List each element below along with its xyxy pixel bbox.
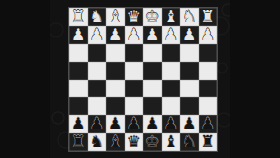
square[interactable]: ♟ [180, 115, 199, 133]
square[interactable]: ♝ [106, 133, 125, 151]
square[interactable]: ♞ [180, 8, 199, 26]
white-pawn[interactable]: ♟ [127, 26, 141, 42]
black-pawn[interactable]: ♟ [71, 116, 85, 132]
white-pawn[interactable]: ♟ [164, 26, 178, 42]
square[interactable] [180, 44, 199, 62]
square[interactable] [180, 62, 199, 80]
square[interactable] [125, 44, 144, 62]
square[interactable] [180, 80, 199, 98]
square[interactable] [162, 80, 181, 98]
white-bishop[interactable]: ♝ [164, 8, 178, 24]
square[interactable]: ♟ [162, 115, 181, 133]
square[interactable] [162, 62, 181, 80]
square[interactable] [106, 80, 125, 98]
white-king[interactable]: ♚ [145, 8, 159, 24]
square[interactable]: ♟ [88, 115, 107, 133]
square[interactable]: ♟ [69, 26, 88, 44]
square[interactable]: ♛ [125, 8, 144, 26]
square[interactable] [69, 97, 88, 115]
square[interactable] [199, 62, 218, 80]
square[interactable] [125, 80, 144, 98]
square[interactable]: ♚ [143, 133, 162, 151]
square[interactable]: ♞ [180, 133, 199, 151]
square[interactable] [143, 97, 162, 115]
square[interactable]: ♟ [199, 115, 218, 133]
white-pawn[interactable]: ♟ [90, 26, 104, 42]
white-rook[interactable]: ♜ [201, 8, 215, 24]
square[interactable]: ♞ [88, 133, 107, 151]
square[interactable] [125, 97, 144, 115]
black-pawn[interactable]: ♟ [164, 116, 178, 132]
white-queen[interactable]: ♛ [127, 8, 141, 24]
square[interactable]: ♟ [69, 115, 88, 133]
square[interactable] [88, 97, 107, 115]
square[interactable] [199, 44, 218, 62]
black-pawn[interactable]: ♟ [108, 116, 122, 132]
square[interactable] [88, 44, 107, 62]
white-pawn[interactable]: ♟ [145, 26, 159, 42]
black-knight[interactable]: ♞ [182, 134, 196, 150]
square[interactable]: ♟ [125, 26, 144, 44]
black-bishop[interactable]: ♝ [108, 134, 122, 150]
black-pawn[interactable]: ♟ [90, 116, 104, 132]
square[interactable] [106, 44, 125, 62]
black-rook[interactable]: ♜ [71, 134, 85, 150]
square[interactable]: ♜ [199, 133, 218, 151]
square[interactable] [88, 80, 107, 98]
square[interactable] [180, 97, 199, 115]
black-rook[interactable]: ♜ [201, 134, 215, 150]
black-pawn[interactable]: ♟ [182, 116, 196, 132]
square[interactable] [106, 62, 125, 80]
square[interactable] [125, 62, 144, 80]
square[interactable]: ♟ [143, 26, 162, 44]
square[interactable] [69, 44, 88, 62]
white-pawn[interactable]: ♟ [182, 26, 196, 42]
square[interactable]: ♝ [162, 8, 181, 26]
square[interactable]: ♟ [162, 26, 181, 44]
square[interactable]: ♟ [106, 115, 125, 133]
square[interactable] [88, 62, 107, 80]
square[interactable]: ♟ [106, 26, 125, 44]
white-pawn[interactable]: ♟ [71, 26, 85, 42]
white-bishop[interactable]: ♝ [108, 8, 122, 24]
square[interactable]: ♟ [125, 115, 144, 133]
black-king[interactable]: ♚ [145, 134, 159, 150]
square[interactable] [162, 44, 181, 62]
black-knight[interactable]: ♞ [90, 134, 104, 150]
square[interactable]: ♜ [69, 133, 88, 151]
square[interactable]: ♝ [106, 8, 125, 26]
square[interactable] [143, 44, 162, 62]
square[interactable] [199, 80, 218, 98]
square[interactable]: ♜ [69, 8, 88, 26]
square[interactable] [143, 62, 162, 80]
square[interactable]: ♟ [88, 26, 107, 44]
square[interactable]: ♟ [199, 26, 218, 44]
white-pawn[interactable]: ♟ [201, 26, 215, 42]
square[interactable] [143, 80, 162, 98]
square[interactable] [162, 97, 181, 115]
square[interactable] [106, 97, 125, 115]
white-pawn[interactable]: ♟ [108, 26, 122, 42]
square[interactable]: ♟ [180, 26, 199, 44]
square[interactable] [69, 80, 88, 98]
black-bishop[interactable]: ♝ [164, 134, 178, 150]
square[interactable]: ♟ [143, 115, 162, 133]
square[interactable]: ♜ [199, 8, 218, 26]
white-knight[interactable]: ♞ [182, 8, 196, 24]
square[interactable]: ♚ [143, 8, 162, 26]
black-pawn[interactable]: ♟ [127, 116, 141, 132]
black-pawn[interactable]: ♟ [145, 116, 159, 132]
white-knight[interactable]: ♞ [90, 8, 104, 24]
square[interactable] [69, 62, 88, 80]
black-queen[interactable]: ♛ [127, 134, 141, 150]
square[interactable]: ♝ [162, 133, 181, 151]
square[interactable]: ♞ [88, 8, 107, 26]
white-rook[interactable]: ♜ [71, 8, 85, 24]
black-pawn[interactable]: ♟ [201, 116, 215, 132]
square[interactable] [199, 97, 218, 115]
chess-board: ♜♞♝♛♚♝♞♜♟♟♟♟♟♟♟♟♟♟♟♟♟♟♟♟♜♞♝♛♚♝♞♜ [68, 7, 218, 152]
square[interactable]: ♛ [125, 133, 144, 151]
